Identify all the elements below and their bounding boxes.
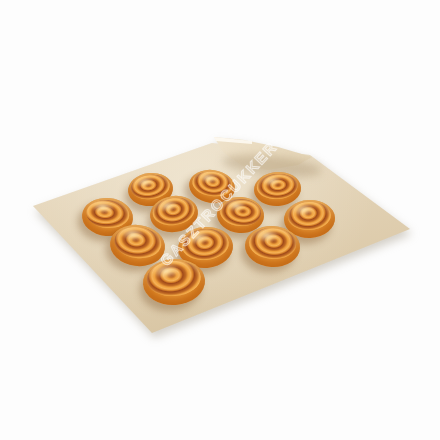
photo-canvas: GASZTROCUKKER bbox=[0, 0, 440, 440]
